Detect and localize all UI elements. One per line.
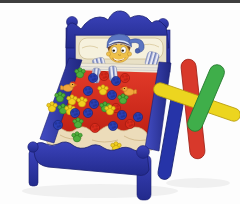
- piece-blue-ball[interactable]: [111, 76, 120, 85]
- piece-red-ball[interactable]: [120, 73, 129, 82]
- footboard-knob-left: [28, 142, 38, 152]
- piece-blue-ball[interactable]: [107, 90, 116, 99]
- sticks-shadow: [166, 178, 230, 188]
- photo-of-bed-game: [0, 0, 240, 204]
- dad-pupil-left: [113, 49, 115, 51]
- piece-blue-ball[interactable]: [70, 108, 79, 117]
- piece-red-ball[interactable]: [90, 123, 99, 132]
- bed-shadow: [22, 184, 178, 198]
- dad-ear-right: [127, 52, 131, 56]
- footboard-knob-right: [137, 146, 150, 159]
- piece-blue-ball[interactable]: [108, 121, 117, 130]
- piece-blue-ball[interactable]: [117, 110, 126, 119]
- dad-ear-left: [106, 52, 110, 56]
- nightcap-tassel-tip: [135, 49, 140, 54]
- piece-red-ball[interactable]: [125, 119, 134, 128]
- piece-blue-ball[interactable]: [133, 112, 142, 121]
- piece-blue-ball[interactable]: [89, 99, 98, 108]
- piece-blue-ball[interactable]: [53, 120, 62, 129]
- dad-picture-panel: [72, 34, 167, 73]
- piece-blue-ball[interactable]: [83, 86, 92, 95]
- piece-red-ball[interactable]: [99, 71, 108, 80]
- piece-blue-ball[interactable]: [88, 73, 97, 82]
- dad-pupil-right: [122, 49, 124, 51]
- bed-game-scene: [0, 0, 240, 204]
- piece-blue-ball[interactable]: [83, 108, 92, 117]
